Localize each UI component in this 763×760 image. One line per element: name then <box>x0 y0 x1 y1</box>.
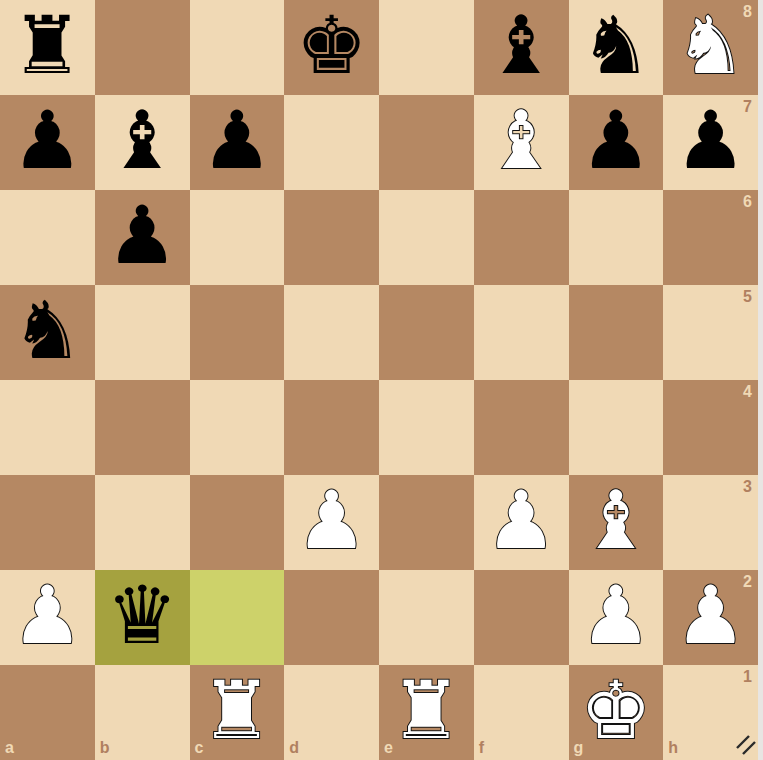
square-d4[interactable] <box>284 380 379 475</box>
square-f4[interactable] <box>474 380 569 475</box>
square-h8[interactable]: 8♞ <box>663 0 758 95</box>
board-resize-handle[interactable] <box>736 735 756 755</box>
square-a4[interactable] <box>0 380 95 475</box>
piece-white-pawn[interactable]: ♟ <box>485 475 557 568</box>
rank-label-6: 6 <box>743 194 752 210</box>
piece-white-pawn[interactable]: ♟ <box>12 570 84 663</box>
square-b2[interactable]: ♛ <box>95 570 190 665</box>
piece-white-pawn[interactable]: ♟ <box>675 570 747 663</box>
piece-black-knight[interactable]: ♞ <box>12 285 84 378</box>
piece-white-pawn[interactable]: ♟ <box>296 475 368 568</box>
piece-white-pawn[interactable]: ♟ <box>580 570 652 663</box>
chess-board: ♜♚♝♞8♞♟♝♟♝♟7♟♟6♞54♟♟♝3♟♛♟2♟abc♜de♜fg♚1h <box>0 0 758 760</box>
square-d6[interactable] <box>284 190 379 285</box>
page: ♜♚♝♞8♞♟♝♟♝♟7♟♟6♞54♟♟♝3♟♛♟2♟abc♜de♜fg♚1h <box>0 0 763 760</box>
piece-white-rook[interactable]: ♜ <box>201 665 273 758</box>
piece-black-pawn[interactable]: ♟ <box>106 190 178 283</box>
piece-black-pawn[interactable]: ♟ <box>675 95 747 188</box>
square-h6[interactable]: 6 <box>663 190 758 285</box>
square-f8[interactable]: ♝ <box>474 0 569 95</box>
piece-black-pawn[interactable]: ♟ <box>201 95 273 188</box>
square-g5[interactable] <box>569 285 664 380</box>
file-label-f: f <box>479 740 484 756</box>
square-f5[interactable] <box>474 285 569 380</box>
square-e3[interactable] <box>379 475 474 570</box>
square-a7[interactable]: ♟ <box>0 95 95 190</box>
rank-label-5: 5 <box>743 289 752 305</box>
square-e4[interactable] <box>379 380 474 475</box>
square-c8[interactable] <box>190 0 285 95</box>
square-g1[interactable]: g♚ <box>569 665 664 760</box>
square-d5[interactable] <box>284 285 379 380</box>
square-c7[interactable]: ♟ <box>190 95 285 190</box>
square-d3[interactable]: ♟ <box>284 475 379 570</box>
file-label-d: d <box>289 740 299 756</box>
square-e6[interactable] <box>379 190 474 285</box>
square-a1[interactable]: a <box>0 665 95 760</box>
piece-black-pawn[interactable]: ♟ <box>580 95 652 188</box>
file-label-h: h <box>668 740 678 756</box>
rank-label-4: 4 <box>743 384 752 400</box>
square-f6[interactable] <box>474 190 569 285</box>
square-h4[interactable]: 4 <box>663 380 758 475</box>
file-label-b: b <box>100 740 110 756</box>
square-a8[interactable]: ♜ <box>0 0 95 95</box>
rank-label-1: 1 <box>743 669 752 685</box>
piece-black-knight[interactable]: ♞ <box>580 0 652 93</box>
rank-label-3: 3 <box>743 479 752 495</box>
square-g4[interactable] <box>569 380 664 475</box>
square-b8[interactable] <box>95 0 190 95</box>
piece-white-king[interactable]: ♚ <box>580 665 652 758</box>
square-g3[interactable]: ♝ <box>569 475 664 570</box>
file-label-a: a <box>5 740 14 756</box>
piece-white-rook[interactable]: ♜ <box>391 665 463 758</box>
resize-icon <box>737 736 755 754</box>
square-d1[interactable]: d <box>284 665 379 760</box>
square-h2[interactable]: 2♟ <box>663 570 758 665</box>
square-d8[interactable]: ♚ <box>284 0 379 95</box>
square-c4[interactable] <box>190 380 285 475</box>
square-f7[interactable]: ♝ <box>474 95 569 190</box>
piece-black-bishop[interactable]: ♝ <box>485 0 557 93</box>
square-e1[interactable]: e♜ <box>379 665 474 760</box>
piece-white-bishop[interactable]: ♝ <box>485 95 557 188</box>
square-a3[interactable] <box>0 475 95 570</box>
square-c1[interactable]: c♜ <box>190 665 285 760</box>
piece-white-knight[interactable]: ♞ <box>675 0 747 93</box>
square-a2[interactable]: ♟ <box>0 570 95 665</box>
square-a5[interactable]: ♞ <box>0 285 95 380</box>
piece-black-pawn[interactable]: ♟ <box>12 95 84 188</box>
piece-black-king[interactable]: ♚ <box>296 0 368 93</box>
piece-black-bishop[interactable]: ♝ <box>106 95 178 188</box>
square-g8[interactable]: ♞ <box>569 0 664 95</box>
square-d2[interactable] <box>284 570 379 665</box>
square-f3[interactable]: ♟ <box>474 475 569 570</box>
square-c2[interactable] <box>190 570 285 665</box>
square-c5[interactable] <box>190 285 285 380</box>
piece-white-bishop[interactable]: ♝ <box>580 475 652 568</box>
square-e5[interactable] <box>379 285 474 380</box>
square-h3[interactable]: 3 <box>663 475 758 570</box>
square-b5[interactable] <box>95 285 190 380</box>
square-h5[interactable]: 5 <box>663 285 758 380</box>
square-g7[interactable]: ♟ <box>569 95 664 190</box>
square-g2[interactable]: ♟ <box>569 570 664 665</box>
square-e7[interactable] <box>379 95 474 190</box>
square-b6[interactable]: ♟ <box>95 190 190 285</box>
piece-black-rook[interactable]: ♜ <box>12 0 84 93</box>
square-e8[interactable] <box>379 0 474 95</box>
piece-black-queen[interactable]: ♛ <box>106 570 178 663</box>
square-b1[interactable]: b <box>95 665 190 760</box>
square-b7[interactable]: ♝ <box>95 95 190 190</box>
square-f1[interactable]: f <box>474 665 569 760</box>
square-h7[interactable]: 7♟ <box>663 95 758 190</box>
square-b4[interactable] <box>95 380 190 475</box>
square-d7[interactable] <box>284 95 379 190</box>
square-g6[interactable] <box>569 190 664 285</box>
square-c3[interactable] <box>190 475 285 570</box>
square-f2[interactable] <box>474 570 569 665</box>
square-b3[interactable] <box>95 475 190 570</box>
square-e2[interactable] <box>379 570 474 665</box>
square-a6[interactable] <box>0 190 95 285</box>
square-c6[interactable] <box>190 190 285 285</box>
